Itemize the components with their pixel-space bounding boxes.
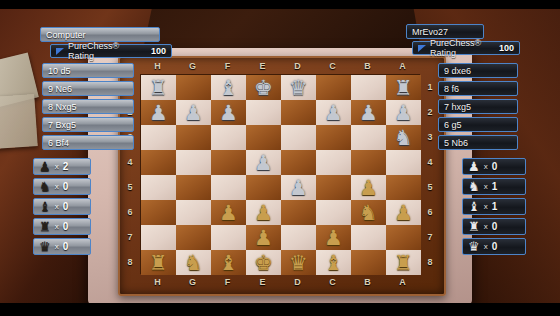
captured-row-knight-right[interactable]: ♞x1: [462, 178, 526, 195]
coord-label: 1: [420, 74, 440, 99]
player-name-right: MrEvo27: [406, 24, 484, 39]
coord-label: G: [175, 58, 210, 74]
file-labels-top: HGFEDCBA: [140, 58, 420, 74]
coord-label: 6: [120, 199, 140, 224]
square-a2[interactable]: ♟: [386, 100, 421, 125]
black-pawn-piece[interactable]: ♟: [324, 225, 343, 250]
white-pawn-piece[interactable]: ♟: [149, 100, 168, 125]
knight-icon: ♞: [468, 180, 480, 193]
white-king-piece[interactable]: ♚: [254, 75, 273, 100]
square-f2[interactable]: ♟: [211, 100, 246, 125]
square-b6[interactable]: ♞: [351, 200, 386, 225]
square-e3[interactable]: [246, 125, 281, 150]
white-pawn-piece[interactable]: ♟: [184, 100, 203, 125]
multiply-label: x: [484, 242, 488, 251]
white-pawn-piece[interactable]: ♟: [289, 175, 308, 200]
coord-label: 7: [120, 224, 140, 249]
white-pawn-piece[interactable]: ♟: [394, 100, 413, 125]
captured-count: 2: [63, 161, 69, 172]
move-text: 8 f6: [444, 84, 459, 94]
letterbox-top: [0, 0, 560, 9]
coord-label: 4: [120, 149, 140, 174]
coord-label: F: [210, 274, 245, 290]
square-e1[interactable]: ♚: [246, 75, 281, 100]
square-h8[interactable]: ♜: [141, 250, 176, 275]
square-f1[interactable]: ♝: [211, 75, 246, 100]
move-text: 6 g5: [444, 120, 462, 130]
coord-label: G: [175, 274, 210, 290]
file-labels-bottom: HGFEDCBA: [140, 274, 420, 290]
square-c3[interactable]: [316, 125, 351, 150]
square-b7[interactable]: [351, 225, 386, 250]
captured-count: 1: [492, 181, 498, 192]
coord-label: 5: [420, 174, 440, 199]
coord-label: 8: [420, 249, 440, 274]
square-g2[interactable]: ♟: [176, 100, 211, 125]
black-pawn-piece[interactable]: ♟: [254, 225, 273, 250]
coord-label: E: [245, 58, 280, 74]
white-rook-piece[interactable]: ♜: [149, 75, 168, 100]
move-entry-right[interactable]: 5 Nb6: [438, 135, 518, 150]
square-h7[interactable]: [141, 225, 176, 250]
square-d5[interactable]: ♟: [281, 175, 316, 200]
move-entry-right[interactable]: 9 dxe6: [438, 63, 518, 78]
coord-label: H: [140, 274, 175, 290]
square-f3[interactable]: [211, 125, 246, 150]
move-text: 6 Bf4: [48, 138, 69, 148]
move-text: 5 Nb6: [444, 138, 468, 148]
square-a1[interactable]: ♜: [386, 75, 421, 100]
captured-row-queen-left[interactable]: ♛x0: [33, 238, 91, 255]
letterbox-bottom: [0, 303, 560, 316]
knight-icon: ♞: [39, 180, 51, 193]
multiply-label: x: [55, 222, 59, 231]
player-name-left-label: Computer: [46, 30, 86, 40]
black-king-piece[interactable]: ♚: [254, 250, 273, 275]
square-h1[interactable]: ♜: [141, 75, 176, 100]
pawn-icon: ♟: [39, 160, 51, 173]
square-h6[interactable]: [141, 200, 176, 225]
rating-value-right: 100: [499, 43, 514, 53]
square-f8[interactable]: ♝: [211, 250, 246, 275]
coord-label: E: [245, 274, 280, 290]
square-a6[interactable]: ♟: [386, 200, 421, 225]
move-entry-right[interactable]: 6 g5: [438, 117, 518, 132]
square-b4[interactable]: [351, 150, 386, 175]
square-c4[interactable]: [316, 150, 351, 175]
coord-label: A: [385, 274, 420, 290]
square-d8[interactable]: ♛: [281, 250, 316, 275]
pawn-icon: ♟: [468, 160, 480, 173]
coord-label: 6: [420, 199, 440, 224]
square-d4[interactable]: [281, 150, 316, 175]
coord-label: B: [350, 58, 385, 74]
coord-label: C: [315, 58, 350, 74]
square-e2[interactable]: [246, 100, 281, 125]
captured-count: 0: [492, 221, 498, 232]
square-e8[interactable]: ♚: [246, 250, 281, 275]
square-c8[interactable]: ♝: [316, 250, 351, 275]
black-queen-piece[interactable]: ♛: [289, 250, 308, 275]
square-e7[interactable]: ♟: [246, 225, 281, 250]
queen-icon: ♛: [468, 240, 480, 253]
white-pawn-piece[interactable]: ♟: [254, 150, 273, 175]
square-h2[interactable]: ♟: [141, 100, 176, 125]
desk-paper: [0, 94, 38, 150]
captured-row-pawn-right[interactable]: ♟x0: [462, 158, 526, 175]
multiply-label: x: [55, 162, 59, 171]
rook-icon: ♜: [39, 220, 51, 233]
multiply-label: x: [484, 222, 488, 231]
rating-value-left: 100: [151, 46, 166, 56]
captured-count: 0: [492, 241, 498, 252]
square-b1[interactable]: [351, 75, 386, 100]
square-c7[interactable]: ♟: [316, 225, 351, 250]
square-c5[interactable]: [316, 175, 351, 200]
coord-label: 3: [420, 124, 440, 149]
square-g8[interactable]: ♞: [176, 250, 211, 275]
square-b2[interactable]: ♟: [351, 100, 386, 125]
board-corner: [420, 274, 440, 290]
square-b5[interactable]: ♟: [351, 175, 386, 200]
square-a5[interactable]: [386, 175, 421, 200]
square-f4[interactable]: [211, 150, 246, 175]
black-bishop-piece[interactable]: ♝: [324, 250, 343, 275]
move-text: 9 dxe6: [444, 66, 471, 76]
move-text: 9 Ne6: [48, 84, 72, 94]
square-f6[interactable]: ♟: [211, 200, 246, 225]
square-h4[interactable]: [141, 150, 176, 175]
square-d3[interactable]: [281, 125, 316, 150]
black-rook-piece[interactable]: ♜: [149, 250, 168, 275]
white-pawn-piece[interactable]: ♟: [324, 100, 343, 125]
captured-row-rook-right[interactable]: ♜x0: [462, 218, 526, 235]
square-d6[interactable]: [281, 200, 316, 225]
square-f5[interactable]: [211, 175, 246, 200]
captured-count: 1: [492, 201, 498, 212]
black-pawn-piece[interactable]: ♟: [219, 200, 238, 225]
square-d7[interactable]: [281, 225, 316, 250]
square-e6[interactable]: ♟: [246, 200, 281, 225]
multiply-label: x: [484, 202, 488, 211]
flag-icon: [418, 45, 426, 52]
move-entry-right[interactable]: 8 f6: [438, 81, 518, 96]
black-rook-piece[interactable]: ♜: [394, 250, 413, 275]
square-a7[interactable]: [386, 225, 421, 250]
coord-label: 2: [420, 99, 440, 124]
square-g3[interactable]: [176, 125, 211, 150]
square-g1[interactable]: [176, 75, 211, 100]
captured-row-rook-left[interactable]: ♜x0: [33, 218, 91, 235]
coord-label: 7: [420, 224, 440, 249]
black-bishop-piece[interactable]: ♝: [219, 250, 238, 275]
player-name-right-label: MrEvo27: [412, 27, 448, 37]
rating-label-right: PureChess® Rating: [430, 38, 495, 58]
black-pawn-piece[interactable]: ♟: [359, 175, 378, 200]
captured-count: 0: [492, 161, 498, 172]
square-h3[interactable]: [141, 125, 176, 150]
move-entry-left[interactable]: 6 Bf4: [42, 135, 134, 150]
coord-label: B: [350, 274, 385, 290]
coord-label: D: [280, 58, 315, 74]
black-knight-piece[interactable]: ♞: [184, 250, 203, 275]
square-b8[interactable]: [351, 250, 386, 275]
move-text: 7 hxg5: [444, 102, 471, 112]
flag-icon: [56, 48, 64, 55]
coord-label: 5: [120, 174, 140, 199]
move-entry-left[interactable]: 9 Ne6: [42, 81, 134, 96]
board-corner: [120, 274, 140, 290]
white-queen-piece[interactable]: ♛: [289, 75, 308, 100]
black-pawn-piece[interactable]: ♟: [254, 200, 273, 225]
player-rating-right: PureChess® Rating 100: [412, 41, 520, 55]
black-knight-piece[interactable]: ♞: [359, 200, 378, 225]
multiply-label: x: [55, 182, 59, 191]
multiply-label: x: [484, 162, 488, 171]
coord-label: D: [280, 274, 315, 290]
move-text: 10 d5: [48, 66, 71, 76]
player-name-left: Computer: [40, 27, 160, 42]
coord-label: C: [315, 274, 350, 290]
white-bishop-piece[interactable]: ♝: [219, 75, 238, 100]
move-entry-left[interactable]: 10 d5: [42, 63, 134, 78]
square-h5[interactable]: [141, 175, 176, 200]
player-rating-left: PureChess® Rating 100: [50, 44, 172, 58]
captured-count: 0: [63, 181, 69, 192]
rank-labels-right: 12345678: [420, 74, 440, 274]
rook-icon: ♜: [468, 220, 480, 233]
captured-row-bishop-right[interactable]: ♝x1: [462, 198, 526, 215]
square-g5[interactable]: [176, 175, 211, 200]
square-d1[interactable]: ♛: [281, 75, 316, 100]
move-entry-right[interactable]: 7 hxg5: [438, 99, 518, 114]
coord-label: F: [210, 58, 245, 74]
move-text: 7 Bxg5: [48, 120, 76, 130]
captured-row-pawn-left[interactable]: ♟x2: [33, 158, 91, 175]
multiply-label: x: [55, 202, 59, 211]
square-c2[interactable]: ♟: [316, 100, 351, 125]
square-e4[interactable]: ♟: [246, 150, 281, 175]
move-entry-left[interactable]: 7 Bxg5: [42, 117, 134, 132]
captured-count: 0: [63, 241, 69, 252]
captured-count: 0: [63, 201, 69, 212]
square-g4[interactable]: [176, 150, 211, 175]
bishop-icon: ♝: [468, 200, 480, 213]
pure-chess-screen: { "game": "chess", "app": "Pure Chess", …: [0, 0, 560, 316]
captured-count: 0: [63, 221, 69, 232]
square-c1[interactable]: [316, 75, 351, 100]
captured-row-queen-right[interactable]: ♛x0: [462, 238, 526, 255]
square-g6[interactable]: [176, 200, 211, 225]
white-pawn-piece[interactable]: ♟: [359, 100, 378, 125]
square-g7[interactable]: [176, 225, 211, 250]
white-rook-piece[interactable]: ♜: [394, 75, 413, 100]
square-a4[interactable]: [386, 150, 421, 175]
move-entry-left[interactable]: 8 Nxg5: [42, 99, 134, 114]
black-pawn-piece[interactable]: ♟: [394, 200, 413, 225]
board-squares: ♜♝♚♛♜♟♟♟♟♟♟♞♟♟♟♟♟♞♟♟♟♜♞♝♚♛♝♜: [140, 74, 420, 274]
rating-label-left: PureChess® Rating: [68, 41, 147, 61]
bishop-icon: ♝: [39, 200, 51, 213]
white-pawn-piece[interactable]: ♟: [219, 100, 238, 125]
captured-row-knight-left[interactable]: ♞x0: [33, 178, 91, 195]
square-d2[interactable]: [281, 100, 316, 125]
square-a3[interactable]: ♞: [386, 125, 421, 150]
move-text: 8 Nxg5: [48, 102, 77, 112]
square-e5[interactable]: [246, 175, 281, 200]
square-c6[interactable]: [316, 200, 351, 225]
square-f7[interactable]: [211, 225, 246, 250]
square-a8[interactable]: ♜: [386, 250, 421, 275]
white-knight-piece[interactable]: ♞: [394, 125, 413, 150]
coord-label: 4: [420, 149, 440, 174]
coord-label: A: [385, 58, 420, 74]
board-corner: [420, 58, 440, 74]
square-b3[interactable]: [351, 125, 386, 150]
coord-label: 8: [120, 249, 140, 274]
captured-row-bishop-left[interactable]: ♝x0: [33, 198, 91, 215]
multiply-label: x: [484, 182, 488, 191]
multiply-label: x: [55, 242, 59, 251]
chess-board: HGFEDCBA 12345678 ♜♝♚♛♜♟♟♟♟♟♟♞♟♟♟♟♟♞♟♟♟♜…: [118, 56, 446, 296]
queen-icon: ♛: [39, 240, 51, 253]
